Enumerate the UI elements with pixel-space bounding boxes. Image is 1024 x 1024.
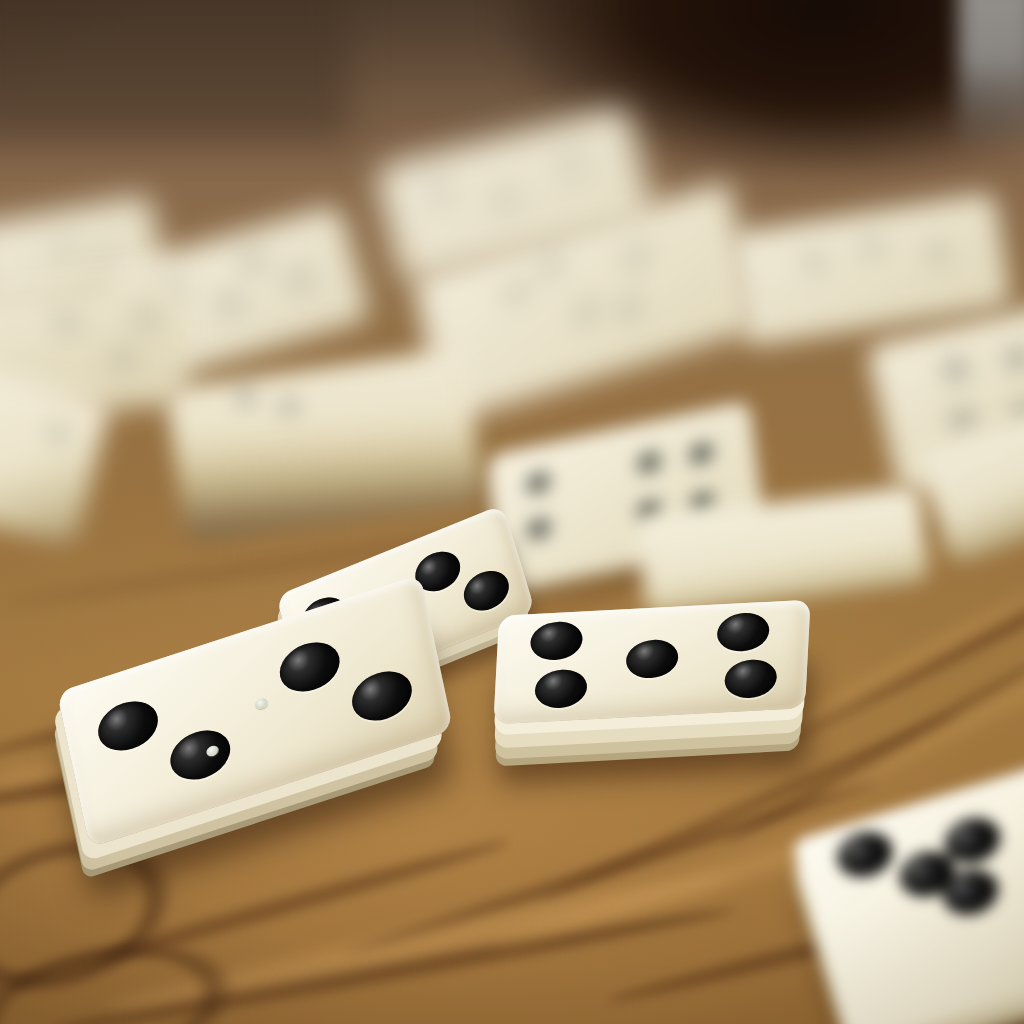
pip: [832, 826, 898, 884]
pip: [276, 635, 345, 699]
domino-tile: [791, 744, 1024, 1024]
pip: [1007, 348, 1024, 368]
pip: [94, 694, 163, 758]
pip: [530, 621, 584, 662]
pip: [636, 450, 662, 474]
pip: [562, 155, 581, 171]
pip: [138, 310, 155, 325]
pip: [717, 612, 771, 653]
pip: [724, 658, 778, 699]
pip: [49, 427, 66, 442]
pip: [56, 243, 72, 257]
pip: [526, 517, 552, 541]
pip: [496, 192, 515, 208]
domino-face: [166, 348, 485, 543]
domino-face: [493, 600, 810, 725]
pip: [459, 564, 513, 617]
pip: [237, 390, 255, 405]
pip: [863, 239, 880, 253]
pip: [625, 638, 679, 679]
domino-tile: [57, 574, 453, 847]
tiles-layer: [0, 0, 1024, 1024]
pip: [430, 183, 449, 199]
pip: [930, 247, 947, 261]
pip: [280, 399, 298, 414]
pip: [347, 664, 416, 728]
pip: [526, 471, 552, 495]
pip: [244, 252, 263, 269]
pip: [542, 258, 560, 276]
pip: [627, 247, 645, 265]
pip: [534, 668, 588, 709]
pip: [621, 299, 639, 317]
pip: [806, 255, 823, 269]
domino-tile: [493, 600, 810, 725]
pip: [945, 359, 967, 379]
pip: [689, 442, 715, 466]
pip: [221, 296, 240, 313]
pip: [578, 303, 596, 321]
pip: [166, 723, 235, 787]
domino-face: [791, 744, 1024, 1024]
pip: [507, 284, 525, 302]
domino-tile: [166, 348, 485, 543]
spinner-dot: [254, 697, 268, 711]
pip: [114, 352, 131, 367]
pip: [100, 254, 116, 268]
pip: [59, 316, 76, 331]
domino-face: [57, 574, 453, 847]
pip: [952, 411, 974, 431]
photo-canvas: [0, 0, 1024, 1024]
pip: [290, 271, 309, 288]
